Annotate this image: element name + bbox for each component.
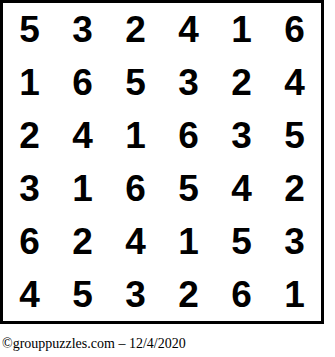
cell-r2c1[interactable]: 1 <box>3 56 57 110</box>
cell-r4c5[interactable]: 4 <box>215 162 269 216</box>
cell-r5c6[interactable]: 3 <box>268 215 321 269</box>
cell-r6c2[interactable]: 5 <box>56 268 112 321</box>
cell-r1c1[interactable]: 5 <box>3 3 57 57</box>
cell-r5c5[interactable]: 5 <box>215 215 269 269</box>
cell-r4c2[interactable]: 1 <box>56 162 112 216</box>
cell-r3c6[interactable]: 5 <box>268 109 321 165</box>
cell-r3c1[interactable]: 2 <box>3 109 57 165</box>
cell-r2c4[interactable]: 3 <box>162 56 218 110</box>
cell-r2c5[interactable]: 2 <box>215 56 269 110</box>
cell-r1c4[interactable]: 4 <box>162 3 218 57</box>
cell-r5c3[interactable]: 4 <box>109 215 163 269</box>
cell-r6c5[interactable]: 6 <box>215 268 269 321</box>
cell-r2c6[interactable]: 4 <box>268 56 321 110</box>
cell-r1c3[interactable]: 2 <box>109 3 163 57</box>
cell-r3c4[interactable]: 6 <box>162 109 218 165</box>
cell-r4c1[interactable]: 3 <box>3 162 57 216</box>
cell-r6c1[interactable]: 4 <box>3 268 57 321</box>
cell-r6c4[interactable]: 2 <box>162 268 218 321</box>
cell-r5c4[interactable]: 1 <box>162 215 218 269</box>
cell-r5c2[interactable]: 2 <box>56 215 112 269</box>
cell-r3c2[interactable]: 4 <box>56 109 112 165</box>
cell-r1c2[interactable]: 3 <box>56 3 112 57</box>
cell-r2c3[interactable]: 5 <box>109 56 163 110</box>
cell-r4c3[interactable]: 6 <box>109 162 163 216</box>
cell-r1c5[interactable]: 1 <box>215 3 269 57</box>
sudoku-page: 5 3 2 4 1 6 1 6 5 3 2 4 2 4 1 6 3 5 3 1 … <box>0 0 335 357</box>
cell-r1c6[interactable]: 6 <box>268 3 321 57</box>
cell-r6c6[interactable]: 1 <box>268 268 321 321</box>
cell-r4c6[interactable]: 2 <box>268 162 321 216</box>
cell-r3c3[interactable]: 1 <box>109 109 163 165</box>
cell-r4c4[interactable]: 5 <box>162 162 218 216</box>
cell-r6c3[interactable]: 3 <box>109 268 163 321</box>
sudoku-board: 5 3 2 4 1 6 1 6 5 3 2 4 2 4 1 6 3 5 3 1 … <box>0 0 324 324</box>
cell-r3c5[interactable]: 3 <box>215 109 269 165</box>
cell-r2c2[interactable]: 6 <box>56 56 112 110</box>
cell-r5c1[interactable]: 6 <box>3 215 57 269</box>
copyright-text: ©grouppuzzles.com – 12/4/2020 <box>2 336 186 352</box>
